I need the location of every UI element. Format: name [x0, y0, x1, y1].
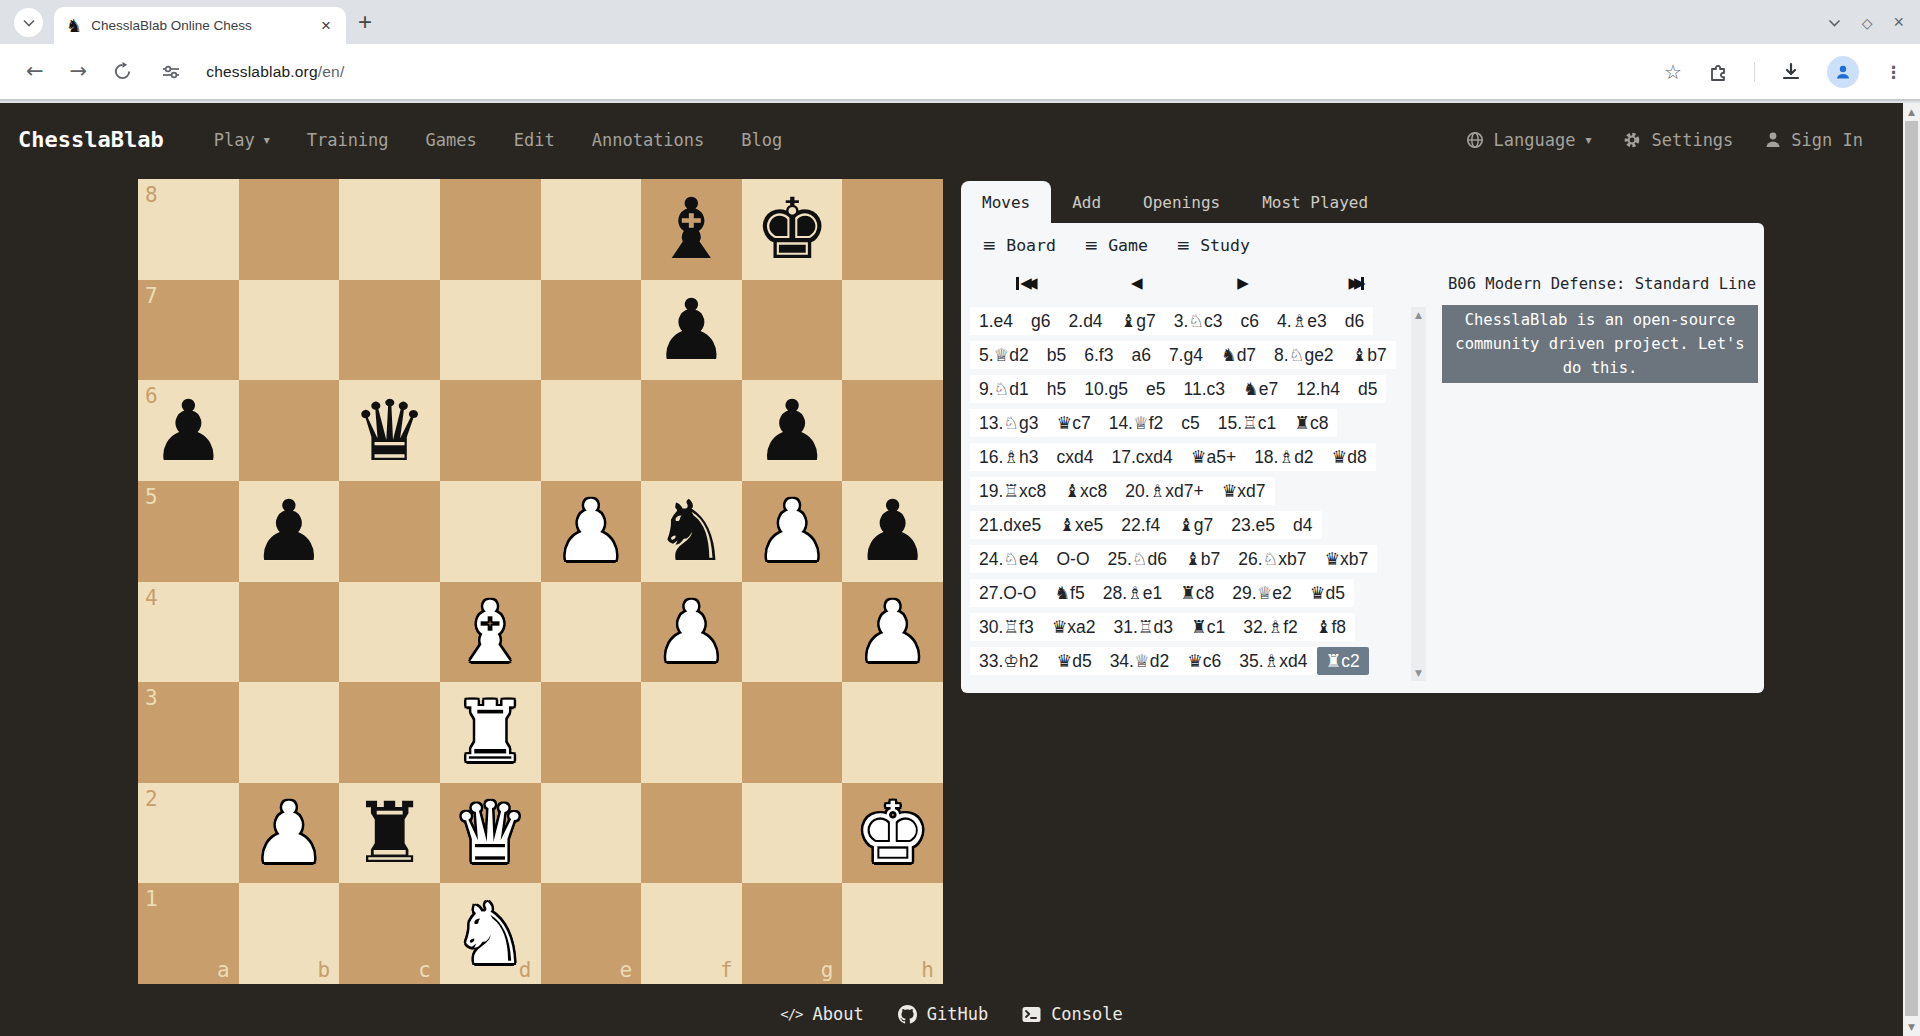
person-icon	[1834, 63, 1852, 81]
fast-forward-icon	[1361, 277, 1364, 290]
nav-item-games[interactable]: Games	[426, 130, 477, 150]
file-label: a	[217, 958, 230, 982]
move[interactable]: e5	[1137, 375, 1174, 403]
move[interactable]: 31.♖d3	[1105, 613, 1182, 641]
move[interactable]: 13.♘g3	[970, 409, 1047, 437]
site-navbar: ChesslaBlab Play▾TrainingGamesEditAnnota…	[0, 103, 1903, 176]
square-d7[interactable]	[440, 280, 541, 381]
square-b6[interactable]	[239, 380, 340, 481]
square-b2[interactable]: ♟	[239, 783, 340, 884]
move[interactable]: ♛d5	[1301, 579, 1354, 607]
site-footer: </>AboutGitHubConsole	[0, 1004, 1903, 1024]
square-b8[interactable]	[239, 179, 340, 280]
piece-white-knight[interactable]: ♞	[453, 892, 528, 976]
move[interactable]: 35.♗xd4	[1230, 647, 1316, 675]
move[interactable]: ♜c8	[1171, 579, 1223, 607]
browser-tab[interactable]: ♞ ChesslaBlab Online Chess ×	[54, 7, 346, 44]
square-c1[interactable]: c	[339, 883, 440, 984]
chevron-down-icon	[23, 19, 35, 27]
page-scrollbar[interactable]: ▲ ▼	[1903, 103, 1920, 1036]
rank-label: 8	[145, 183, 158, 207]
square-h3[interactable]	[842, 682, 943, 783]
nav-item-training[interactable]: Training	[307, 130, 389, 150]
panel-tabs: MovesAddOpeningsMost Played	[961, 181, 1389, 223]
square-e4[interactable]	[541, 582, 642, 683]
move[interactable]: 17.cxd4	[1102, 443, 1181, 471]
file-label: b	[318, 958, 331, 982]
move-line: 30.♖f3♛xa231.♖d3♜c132.♗f2♝f8	[970, 613, 1355, 641]
move[interactable]: a6	[1122, 341, 1159, 369]
hamburger-icon: ≡	[1176, 235, 1190, 255]
move[interactable]: 29.♕e2	[1223, 579, 1300, 607]
move-list: 1.e4g62.d4♝g73.♘c3c64.♗e3d65.♕d2b56.f3a6…	[970, 307, 1408, 681]
piece-black-rook[interactable]: ♜	[352, 791, 427, 875]
square-d3[interactable]: ♜	[440, 682, 541, 783]
browser-menu-icon[interactable]: ⋮	[1885, 62, 1902, 82]
code-icon: </>	[780, 1006, 802, 1022]
square-d8[interactable]	[440, 179, 541, 280]
move[interactable]: ♛xd7	[1213, 477, 1275, 505]
move[interactable]: d6	[1336, 307, 1373, 335]
square-c7[interactable]	[339, 280, 440, 381]
square-f8[interactable]: ♝	[641, 179, 742, 280]
window-controls: ◇ ×	[1828, 12, 1904, 33]
rank-label: 1	[145, 887, 158, 911]
next-move-button[interactable]: ▶	[1237, 274, 1249, 292]
github-icon	[898, 1005, 917, 1024]
square-e8[interactable]	[541, 179, 642, 280]
move[interactable]: 32.♗f2	[1234, 613, 1307, 641]
move-line: 1.e4g62.d4♝g73.♘c3c64.♗e3d6	[970, 307, 1373, 335]
move[interactable]: ♝b7	[1343, 341, 1396, 369]
square-e3[interactable]	[541, 682, 642, 783]
move[interactable]: ♛d5	[1047, 647, 1100, 675]
move-list-scrollbar[interactable]: ▲ ▼	[1411, 307, 1426, 681]
current-move[interactable]: ♜c2	[1317, 647, 1369, 675]
square-g4[interactable]	[742, 582, 843, 683]
rank-label: 7	[145, 284, 158, 308]
square-a7[interactable]: 7	[138, 280, 239, 381]
square-c6[interactable]: ♛	[339, 380, 440, 481]
tab-openings[interactable]: Openings	[1122, 181, 1241, 223]
rank-label: 5	[145, 485, 158, 509]
nav-sign-in-button[interactable]: Sign In	[1765, 130, 1863, 150]
piece-white-queen[interactable]: ♛	[453, 791, 528, 875]
square-d4[interactable]: ♝	[440, 582, 541, 683]
move[interactable]: ♝b7	[1176, 545, 1229, 573]
square-a1[interactable]: 1a	[138, 883, 239, 984]
back-button[interactable]: ←	[26, 61, 44, 82]
move[interactable]: 27.O-O	[970, 579, 1045, 607]
square-g6[interactable]: ♟	[742, 380, 843, 481]
square-a5[interactable]: 5	[138, 481, 239, 582]
move[interactable]: ♝f8	[1307, 613, 1355, 641]
square-g2[interactable]	[742, 783, 843, 884]
move[interactable]: 34.♕d2	[1101, 647, 1178, 675]
profile-avatar[interactable]	[1827, 56, 1859, 88]
move[interactable]: 30.♖f3	[970, 613, 1043, 641]
globe-icon	[1466, 131, 1484, 149]
nav-right: Language▾SettingsSign In	[1466, 130, 1863, 150]
square-c4[interactable]	[339, 582, 440, 683]
move-stepper: ◀◀ ◀ ▶ ▶▶	[969, 269, 1411, 297]
move-line: 16.♗h3cxd417.cxd4♛a5+18.♗d2♛d8	[970, 443, 1376, 471]
move[interactable]: ♜c8	[1285, 409, 1337, 437]
piece-black-knight[interactable]: ♞	[654, 489, 729, 573]
terminal-icon	[1022, 1006, 1041, 1023]
square-d1[interactable]: d♞	[440, 883, 541, 984]
footer-github-link[interactable]: GitHub	[898, 1004, 988, 1024]
move[interactable]: 25.♘d6	[1099, 545, 1176, 573]
piece-white-rook[interactable]: ♜	[453, 690, 528, 774]
square-f2[interactable]	[641, 783, 742, 884]
move-line: 5.♕d2b56.f3a67.g4♞d78.♘ge2♝b7	[970, 341, 1396, 369]
move-line: 9.♘d1h510.g5e511.c3♞e712.h4d5	[970, 375, 1386, 403]
square-g5[interactable]: ♟	[742, 481, 843, 582]
page: ChesslaBlab Play▾TrainingGamesEditAnnota…	[0, 103, 1920, 1036]
rank-label: 4	[145, 586, 158, 610]
move[interactable]: cxd4	[1047, 443, 1102, 471]
rank-label: 3	[145, 686, 158, 710]
forward-icon: ▶	[1237, 274, 1249, 292]
square-c5[interactable]	[339, 481, 440, 582]
square-g1[interactable]: g	[742, 883, 843, 984]
move[interactable]: ♞f5	[1045, 579, 1093, 607]
move[interactable]: 14.♕f2	[1100, 409, 1173, 437]
move[interactable]: ♛a5+	[1182, 443, 1245, 471]
square-h4[interactable]: ♟	[842, 582, 943, 683]
piece-white-bishop[interactable]: ♝	[453, 590, 528, 674]
download-icon[interactable]	[1781, 62, 1801, 82]
scroll-up-icon[interactable]: ▲	[1415, 307, 1422, 323]
square-f3[interactable]	[641, 682, 742, 783]
file-label: e	[619, 958, 632, 982]
nav-menu: Play▾TrainingGamesEditAnnotationsBlog	[214, 130, 783, 150]
piece-white-pawn[interactable]: ♟	[654, 590, 729, 674]
square-f7[interactable]: ♟	[641, 280, 742, 381]
square-d5[interactable]	[440, 481, 541, 582]
new-tab-button[interactable]: +	[358, 8, 372, 36]
square-d2[interactable]: ♛	[440, 783, 541, 884]
piece-black-king[interactable]: ♚	[754, 187, 829, 271]
piece-white-pawn[interactable]: ♟	[251, 791, 326, 875]
knight-favicon-icon: ♞	[66, 17, 82, 35]
window-maximize-icon[interactable]: ◇	[1862, 15, 1873, 31]
square-f5[interactable]: ♞	[641, 481, 742, 582]
move[interactable]: ♛c7	[1047, 409, 1099, 437]
square-b1[interactable]: b	[239, 883, 340, 984]
move[interactable]: 24.♘e4	[970, 545, 1047, 573]
square-b7[interactable]	[239, 280, 340, 381]
piece-white-pawn[interactable]: ♟	[754, 489, 829, 573]
move[interactable]: ♝g7	[1112, 307, 1165, 335]
move-line: 21.dxe5♝xe522.f4♝g723.e5d4	[970, 511, 1322, 539]
hamburger-icon: ≡	[982, 235, 996, 255]
chevron-down-icon: ▾	[1585, 133, 1591, 147]
scroll-down-icon[interactable]: ▼	[1415, 665, 1422, 681]
move[interactable]: 26.♘xb7	[1229, 545, 1315, 573]
square-c8[interactable]	[339, 179, 440, 280]
go-to-start-button[interactable]: ◀◀	[1016, 274, 1036, 292]
square-e7[interactable]	[541, 280, 642, 381]
move[interactable]: h5	[1038, 375, 1075, 403]
chess-board[interactable]: 8♝♚7♟6♟♛♟5♟♟♞♟♟4♝♟♟3♜2♟♜♛♚1abcd♞efgh	[138, 179, 943, 984]
move[interactable]: 18.♗d2	[1245, 443, 1322, 471]
piece-white-pawn[interactable]: ♟	[553, 489, 628, 573]
move[interactable]: ♛c6	[1178, 647, 1230, 675]
move[interactable]: 7.g4	[1160, 341, 1212, 369]
scrollbar-thumb[interactable]	[1905, 121, 1918, 1016]
backward-icon: ◀	[1131, 274, 1143, 292]
move[interactable]: 19.♖xc8	[970, 477, 1055, 505]
reload-button[interactable]	[113, 62, 132, 81]
extensions-puzzle-icon[interactable]	[1708, 62, 1728, 82]
move[interactable]: 22.f4	[1112, 511, 1169, 539]
square-h6[interactable]	[842, 380, 943, 481]
square-g7[interactable]	[742, 280, 843, 381]
screen: ♞ ChesslaBlab Online Chess × + ◇ × ← → c…	[0, 0, 1920, 1036]
nav-item-blog[interactable]: Blog	[741, 130, 782, 150]
tab-search-button[interactable]	[14, 8, 43, 37]
square-e2[interactable]	[541, 783, 642, 884]
square-c3[interactable]	[339, 682, 440, 783]
move[interactable]: 15.♖c1	[1209, 409, 1286, 437]
move[interactable]: 16.♗h3	[970, 443, 1047, 471]
move[interactable]: b5	[1038, 341, 1075, 369]
window-minimize-icon[interactable]	[1828, 19, 1841, 27]
reload-icon	[113, 62, 132, 81]
menu-game-button[interactable]: ≡Game	[1084, 235, 1148, 255]
square-d6[interactable]	[440, 380, 541, 481]
piece-black-pawn[interactable]: ♟	[654, 288, 729, 372]
panel-menu: ≡Board≡Game≡Study	[982, 235, 1250, 255]
url-path: /en/	[318, 63, 345, 80]
move[interactable]: 10.g5	[1075, 375, 1137, 403]
opening-name: B06 Modern Defense: Standard Line	[1441, 275, 1763, 293]
fast-backward-icon	[1016, 277, 1019, 290]
bookmark-star-icon[interactable]: ☆	[1664, 60, 1682, 84]
file-label: g	[821, 958, 834, 982]
move[interactable]: 8.♘ge2	[1265, 341, 1342, 369]
move-line: 19.♖xc8♝xc820.♗xd7+♛xd7	[970, 477, 1275, 505]
site-logo[interactable]: ChesslaBlab	[18, 127, 164, 152]
move[interactable]: ♝g7	[1169, 511, 1222, 539]
file-label: h	[921, 958, 934, 982]
move-line: 27.O-O♞f528.♗e1♜c829.♕e2♛d5	[970, 579, 1354, 607]
move[interactable]: ♝xc8	[1055, 477, 1116, 505]
browser-tab-title: ChesslaBlab Online Chess	[91, 18, 309, 33]
square-g3[interactable]	[742, 682, 843, 783]
tab-close-icon[interactable]: ×	[318, 16, 334, 36]
nav-item-edit[interactable]: Edit	[514, 130, 555, 150]
move[interactable]: ♞e7	[1234, 375, 1287, 403]
chevron-down-icon: ▾	[264, 133, 270, 147]
moves-panel: ≡Board≡Game≡Study ◀◀ ◀ ▶ ▶▶ 1.e4g62.d4♝g…	[961, 223, 1764, 693]
square-e6[interactable]	[541, 380, 642, 481]
move-line: 24.♘e4O-O25.♘d6♝b726.♘xb7♛xb7	[970, 545, 1377, 573]
menu-board-button[interactable]: ≡Board	[982, 235, 1056, 255]
square-a4[interactable]: 4	[138, 582, 239, 683]
move[interactable]: g6	[1022, 307, 1059, 335]
square-b3[interactable]	[239, 682, 340, 783]
square-a3[interactable]: 3	[138, 682, 239, 783]
person-icon	[1765, 131, 1781, 148]
gear-icon	[1623, 131, 1641, 149]
piece-black-bishop[interactable]: ♝	[654, 187, 729, 271]
move[interactable]: 23.e5	[1222, 511, 1284, 539]
move[interactable]: 11.c3	[1174, 375, 1234, 403]
square-c2[interactable]: ♜	[339, 783, 440, 884]
piece-black-pawn[interactable]: ♟	[151, 389, 226, 473]
tune-icon	[162, 64, 180, 80]
square-a2[interactable]: 2	[138, 783, 239, 884]
move[interactable]: 2.d4	[1060, 307, 1112, 335]
nav-settings-button[interactable]: Settings	[1623, 130, 1733, 150]
file-label: c	[418, 958, 431, 982]
move[interactable]: O-O	[1047, 545, 1098, 573]
browser-tabstrip: ♞ ChesslaBlab Online Chess × + ◇ ×	[0, 0, 1920, 44]
square-h5[interactable]: ♟	[842, 481, 943, 582]
move[interactable]: 20.♗xd7+	[1116, 477, 1212, 505]
move[interactable]: d5	[1349, 375, 1386, 403]
info-box: ChesslaBlab is an open-sourcecommunity d…	[1442, 305, 1758, 383]
move[interactable]: 6.f3	[1075, 341, 1122, 369]
piece-white-pawn[interactable]: ♟	[855, 590, 930, 674]
square-a6[interactable]: 6♟	[138, 380, 239, 481]
move[interactable]: 5.♕d2	[970, 341, 1038, 369]
square-f6[interactable]	[641, 380, 742, 481]
square-a8[interactable]: 8	[138, 179, 239, 280]
forward-button[interactable]: →	[70, 61, 88, 82]
window-close-icon[interactable]: ×	[1893, 12, 1904, 33]
nav-item-annotations[interactable]: Annotations	[592, 130, 705, 150]
move[interactable]: c6	[1232, 307, 1268, 335]
move[interactable]: 21.dxe5	[970, 511, 1050, 539]
move[interactable]: 12.h4	[1287, 375, 1349, 403]
square-h1[interactable]: h	[842, 883, 943, 984]
move-line: 33.♔h2♛d534.♕d2♛c635.♗xd4♜c2	[970, 647, 1369, 675]
move[interactable]: ♛d8	[1323, 443, 1376, 471]
file-label: f	[720, 958, 733, 982]
square-h7[interactable]	[842, 280, 943, 381]
tab-most-played[interactable]: Most Played	[1241, 181, 1389, 223]
move[interactable]: 4.♗e3	[1268, 307, 1336, 335]
piece-white-king[interactable]: ♚	[855, 791, 930, 875]
hamburger-icon: ≡	[1084, 235, 1098, 255]
move[interactable]: ♛xa2	[1043, 613, 1105, 641]
nav-item-play[interactable]: Play▾	[214, 130, 270, 150]
square-g8[interactable]: ♚	[742, 179, 843, 280]
piece-black-pawn[interactable]: ♟	[855, 489, 930, 573]
move[interactable]: ♛xb7	[1315, 545, 1377, 573]
tab-add[interactable]: Add	[1051, 181, 1122, 223]
footer-console-link[interactable]: Console	[1022, 1004, 1123, 1024]
move[interactable]: ♞d7	[1212, 341, 1265, 369]
site-controls-button[interactable]	[162, 64, 180, 80]
scroll-down-icon[interactable]: ▼	[1903, 1022, 1920, 1032]
scroll-up-icon[interactable]: ▲	[1903, 107, 1920, 117]
move-line: 13.♘g3♛c714.♕f2c515.♖c1♜c8	[970, 409, 1337, 437]
footer-about-link[interactable]: </>About	[780, 1004, 863, 1024]
square-b5[interactable]: ♟	[239, 481, 340, 582]
square-e1[interactable]: e	[541, 883, 642, 984]
move[interactable]: 1.e4	[970, 307, 1022, 335]
move[interactable]: ♜c1	[1182, 613, 1234, 641]
toolbar-divider	[1754, 62, 1755, 82]
tab-moves[interactable]: Moves	[961, 181, 1051, 223]
piece-black-pawn[interactable]: ♟	[251, 489, 326, 573]
move[interactable]: 33.♔h2	[970, 647, 1047, 675]
move[interactable]: 3.♘c3	[1165, 307, 1232, 335]
url-field[interactable]: chesslablab.org/en/	[206, 63, 344, 81]
move[interactable]: 28.♗e1	[1094, 579, 1171, 607]
go-to-end-button[interactable]: ▶▶	[1344, 274, 1364, 292]
menu-study-button[interactable]: ≡Study	[1176, 235, 1250, 255]
square-f1[interactable]: f	[641, 883, 742, 984]
piece-black-pawn[interactable]: ♟	[754, 389, 829, 473]
square-h2[interactable]: ♚	[842, 783, 943, 884]
piece-black-queen[interactable]: ♛	[352, 389, 427, 473]
square-b4[interactable]	[239, 582, 340, 683]
url-host: chesslablab.org	[206, 63, 318, 80]
move[interactable]: 9.♘d1	[970, 375, 1038, 403]
square-e5[interactable]: ♟	[541, 481, 642, 582]
move[interactable]: d4	[1284, 511, 1321, 539]
square-h8[interactable]	[842, 179, 943, 280]
rank-label: 2	[145, 787, 158, 811]
move[interactable]: ♝xe5	[1050, 511, 1112, 539]
square-f4[interactable]: ♟	[641, 582, 742, 683]
browser-urlbar: ← → chesslablab.org/en/ ☆	[0, 44, 1920, 101]
move[interactable]: c5	[1172, 409, 1208, 437]
previous-move-button[interactable]: ◀	[1131, 274, 1143, 292]
nav-language-button[interactable]: Language▾	[1466, 130, 1592, 150]
